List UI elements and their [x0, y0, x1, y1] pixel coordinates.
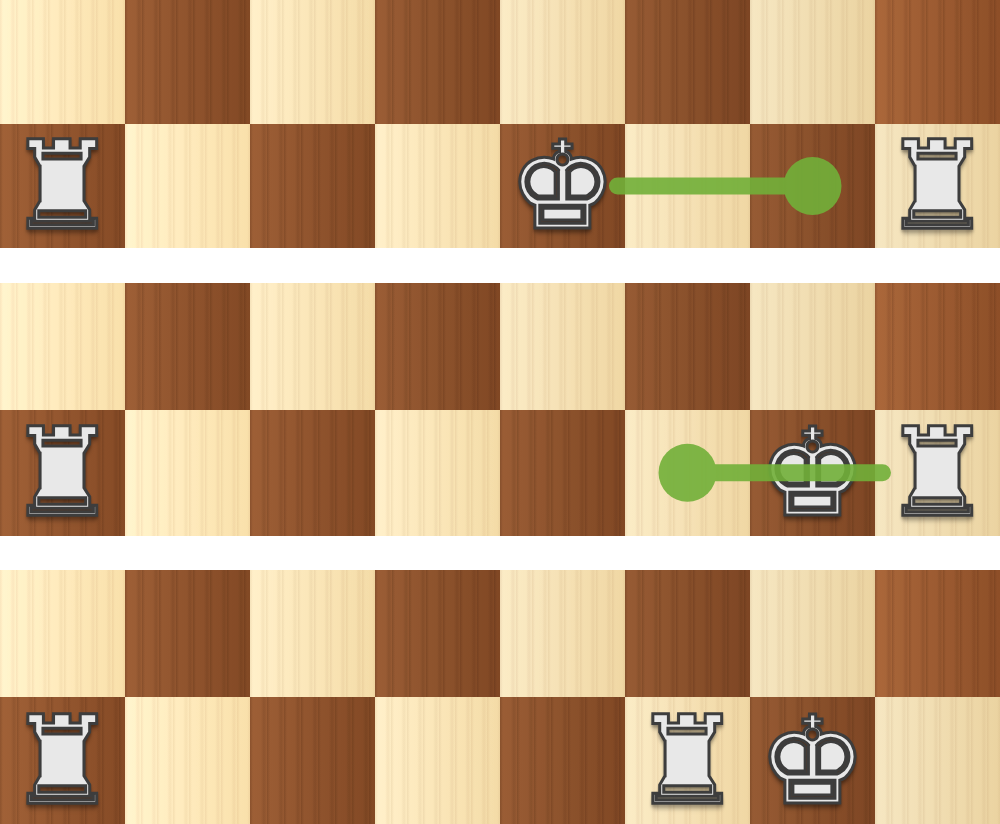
square-h2	[875, 570, 1000, 697]
square-g2	[750, 0, 875, 124]
white-rook-a1: ♜	[0, 410, 125, 537]
square-e2	[500, 0, 625, 124]
square-c1	[250, 410, 375, 537]
square-h2	[875, 0, 1000, 124]
square-c2	[250, 0, 375, 124]
square-a2	[0, 570, 125, 697]
white-rook-h1: ♜	[875, 124, 1000, 248]
square-e1	[500, 410, 625, 537]
square-b2	[125, 283, 250, 410]
square-g2	[750, 283, 875, 410]
square-e2	[500, 283, 625, 410]
square-d1	[375, 124, 500, 248]
square-f1	[625, 410, 750, 537]
white-rook-h1: ♜	[875, 410, 1000, 537]
white-king-e1: ♚	[500, 124, 625, 248]
board-strip-3: ♜♜♚	[0, 570, 1000, 824]
square-b2	[125, 0, 250, 124]
square-f2	[625, 283, 750, 410]
square-e2	[500, 570, 625, 697]
square-a2	[0, 283, 125, 410]
square-d2	[375, 283, 500, 410]
board-strip-2: ♜♚♜	[0, 283, 1000, 536]
white-rook-a1: ♜	[0, 697, 125, 824]
square-h2	[875, 283, 1000, 410]
square-c1	[250, 124, 375, 248]
square-f2	[625, 570, 750, 697]
square-d1	[375, 410, 500, 537]
castling-sequence-diagram: ♜♚♜♜♚♜♜♜♚	[0, 0, 1000, 824]
square-b1	[125, 124, 250, 248]
square-g1	[750, 124, 875, 248]
square-c2	[250, 570, 375, 697]
white-rook-f1: ♜	[625, 697, 750, 824]
square-b1	[125, 410, 250, 537]
white-king-g1: ♚	[750, 410, 875, 537]
square-c2	[250, 283, 375, 410]
square-f2	[625, 0, 750, 124]
square-b2	[125, 570, 250, 697]
white-king-g1: ♚	[750, 697, 875, 824]
white-rook-a1: ♜	[0, 124, 125, 248]
board-strip-1: ♜♚♜	[0, 0, 1000, 248]
square-d2	[375, 570, 500, 697]
square-c1	[250, 697, 375, 824]
square-d1	[375, 697, 500, 824]
square-a2	[0, 0, 125, 124]
square-b1	[125, 697, 250, 824]
square-h1	[875, 697, 1000, 824]
square-e1	[500, 697, 625, 824]
square-f1	[625, 124, 750, 248]
square-d2	[375, 0, 500, 124]
square-g2	[750, 570, 875, 697]
